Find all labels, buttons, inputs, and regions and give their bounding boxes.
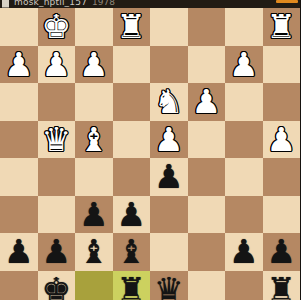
black-pawn[interactable]: ♟	[154, 160, 184, 193]
white-pawn[interactable]: ♟	[4, 48, 34, 81]
white-pawn[interactable]: ♟	[154, 123, 184, 156]
square-e5[interactable]	[113, 158, 151, 196]
square-c4[interactable]	[188, 121, 226, 159]
square-b5[interactable]	[225, 158, 263, 196]
square-h7[interactable]: ♟	[0, 233, 38, 271]
square-h5[interactable]	[0, 158, 38, 196]
square-d5[interactable]: ♟	[150, 158, 188, 196]
square-a1[interactable]: ♜	[263, 8, 301, 46]
square-a7[interactable]: ♟	[263, 233, 301, 271]
square-f6[interactable]: ♟	[75, 196, 113, 234]
white-pawn[interactable]: ♟	[229, 48, 259, 81]
square-c2[interactable]	[188, 46, 226, 84]
white-rook[interactable]: ♜	[116, 10, 146, 43]
square-e3[interactable]	[113, 83, 151, 121]
white-king[interactable]: ♚	[41, 10, 71, 43]
square-f1[interactable]	[75, 8, 113, 46]
square-g7[interactable]: ♟	[38, 233, 76, 271]
player-bar: mosk_nptil_157 1978	[0, 0, 300, 8]
white-pawn[interactable]: ♟	[79, 48, 109, 81]
square-b2[interactable]: ♟	[225, 46, 263, 84]
square-f5[interactable]	[75, 158, 113, 196]
chess-board: ♚♜♜♟♟♟♟♞♟♛♝♟♟♟♟♟♟♟♝♝♟♟♚♜♛♜	[0, 8, 300, 300]
square-h1[interactable]	[0, 8, 38, 46]
square-g8[interactable]: ♚	[38, 271, 76, 300]
square-e7[interactable]: ♝	[113, 233, 151, 271]
black-queen[interactable]: ♛	[154, 273, 184, 300]
square-e4[interactable]	[113, 121, 151, 159]
black-pawn[interactable]: ♟	[41, 235, 71, 268]
square-f3[interactable]	[75, 83, 113, 121]
square-e2[interactable]	[113, 46, 151, 84]
square-d6[interactable]	[150, 196, 188, 234]
square-b6[interactable]	[225, 196, 263, 234]
square-e6[interactable]: ♟	[113, 196, 151, 234]
square-e1[interactable]: ♜	[113, 8, 151, 46]
square-h4[interactable]	[0, 121, 38, 159]
black-rook[interactable]: ♜	[266, 273, 296, 300]
square-f4[interactable]: ♝	[75, 121, 113, 159]
square-c7[interactable]	[188, 233, 226, 271]
white-rook[interactable]: ♜	[266, 10, 296, 43]
square-g5[interactable]	[38, 158, 76, 196]
square-h2[interactable]: ♟	[0, 46, 38, 84]
black-pawn[interactable]: ♟	[266, 235, 296, 268]
square-d7[interactable]	[150, 233, 188, 271]
black-king[interactable]: ♚	[41, 273, 71, 300]
square-b3[interactable]	[225, 83, 263, 121]
square-a8[interactable]: ♜	[263, 271, 301, 300]
square-g3[interactable]	[38, 83, 76, 121]
square-d2[interactable]	[150, 46, 188, 84]
square-c3[interactable]: ♟	[188, 83, 226, 121]
white-pawn[interactable]: ♟	[41, 48, 71, 81]
square-a3[interactable]	[263, 83, 301, 121]
square-b7[interactable]: ♟	[225, 233, 263, 271]
square-c1[interactable]	[188, 8, 226, 46]
square-d1[interactable]	[150, 8, 188, 46]
black-pawn[interactable]: ♟	[116, 198, 146, 231]
square-a6[interactable]	[263, 196, 301, 234]
black-pawn[interactable]: ♟	[4, 235, 34, 268]
black-bishop[interactable]: ♝	[116, 235, 146, 268]
square-h6[interactable]	[0, 196, 38, 234]
white-bishop[interactable]: ♝	[79, 123, 109, 156]
white-pawn[interactable]: ♟	[266, 123, 296, 156]
square-g6[interactable]	[38, 196, 76, 234]
clock-fragment	[276, 0, 298, 3]
square-b4[interactable]	[225, 121, 263, 159]
square-a5[interactable]	[263, 158, 301, 196]
square-c6[interactable]	[188, 196, 226, 234]
square-a2[interactable]	[263, 46, 301, 84]
square-d4[interactable]: ♟	[150, 121, 188, 159]
square-g4[interactable]: ♛	[38, 121, 76, 159]
square-g1[interactable]: ♚	[38, 8, 76, 46]
white-pawn[interactable]: ♟	[191, 85, 221, 118]
player-status-icon	[2, 0, 9, 8]
square-c5[interactable]	[188, 158, 226, 196]
square-f7[interactable]: ♝	[75, 233, 113, 271]
square-b8[interactable]	[225, 271, 263, 300]
square-b1[interactable]	[225, 8, 263, 46]
square-d3[interactable]: ♞	[150, 83, 188, 121]
black-rook[interactable]: ♜	[116, 273, 146, 300]
black-pawn[interactable]: ♟	[229, 235, 259, 268]
square-e8[interactable]: ♜	[113, 271, 151, 300]
white-knight[interactable]: ♞	[154, 85, 184, 118]
square-f8[interactable]	[75, 271, 113, 300]
square-c8[interactable]	[188, 271, 226, 300]
square-d8[interactable]: ♛	[150, 271, 188, 300]
square-g2[interactable]: ♟	[38, 46, 76, 84]
black-bishop[interactable]: ♝	[79, 235, 109, 268]
white-queen[interactable]: ♛	[41, 123, 71, 156]
black-pawn[interactable]: ♟	[79, 198, 109, 231]
square-a4[interactable]: ♟	[263, 121, 301, 159]
square-f2[interactable]: ♟	[75, 46, 113, 84]
square-h3[interactable]	[0, 83, 38, 121]
square-h8[interactable]	[0, 271, 38, 300]
player-rating: 1978	[92, 0, 115, 7]
player-name[interactable]: mosk_nptil_157	[14, 0, 87, 7]
